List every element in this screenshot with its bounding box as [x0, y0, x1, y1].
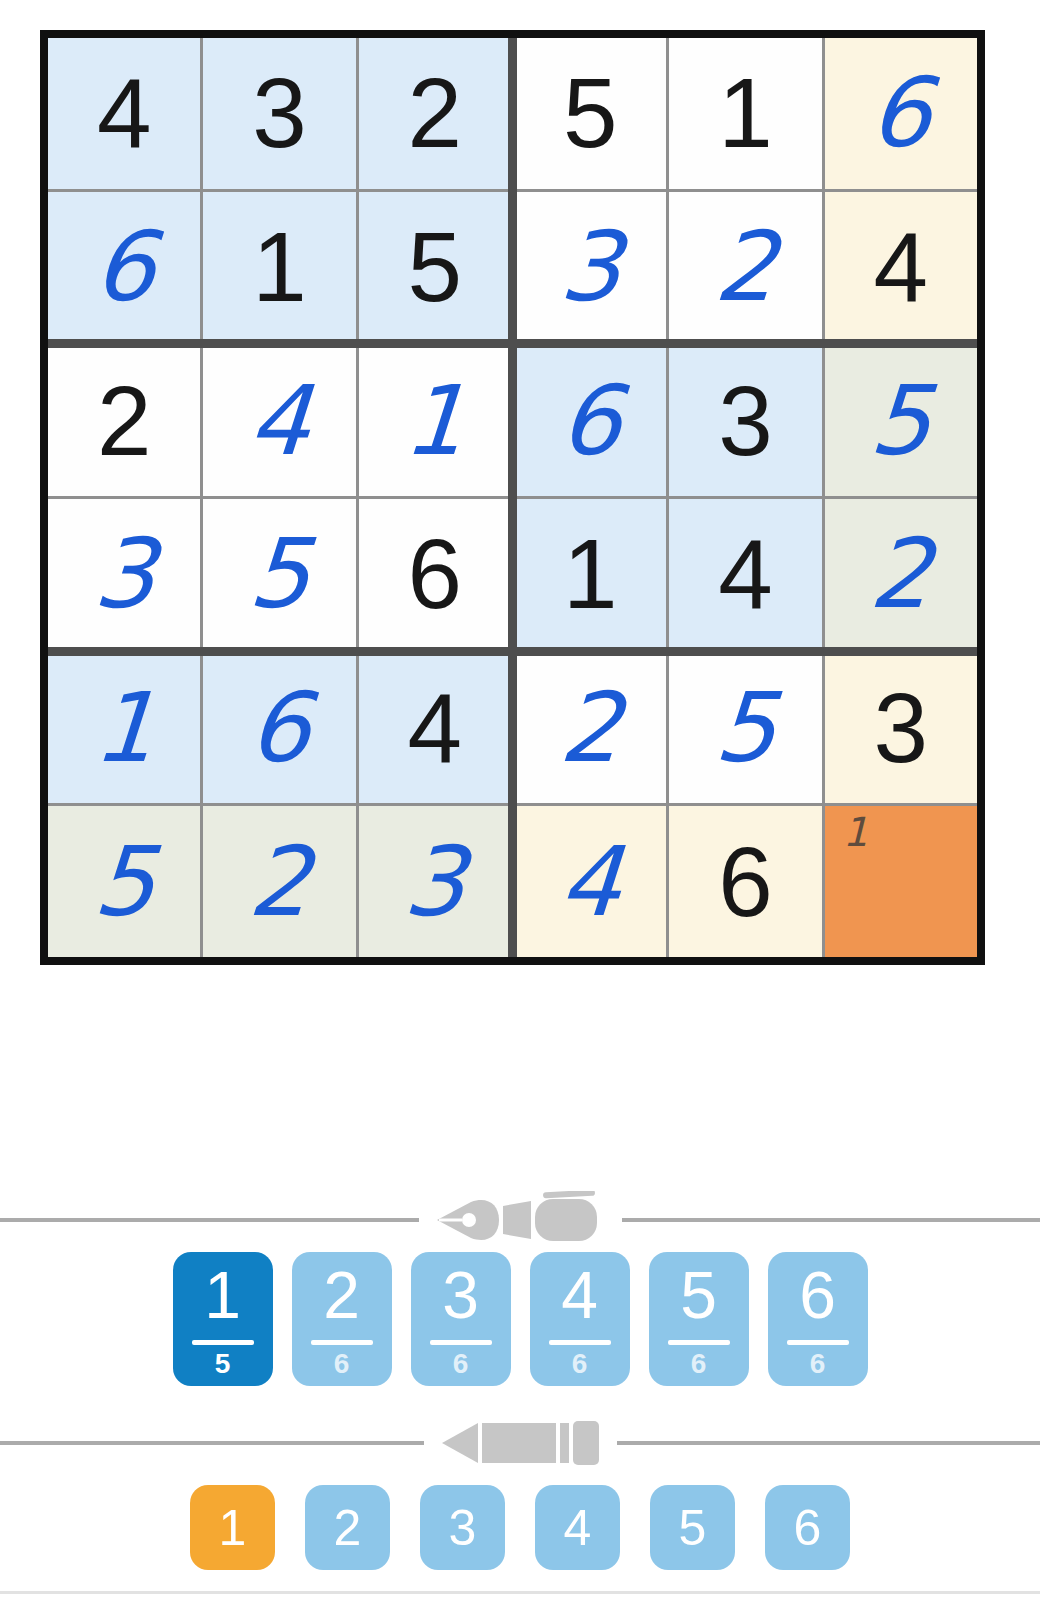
given-digit: 4: [718, 525, 773, 623]
pencil-digit-label: 6: [794, 1503, 822, 1553]
divider-line: [0, 1218, 419, 1222]
pen-digit-3-button[interactable]: 36: [411, 1252, 511, 1386]
user-digit: 3: [401, 834, 469, 930]
user-digit: 1: [401, 373, 469, 469]
fraction-bar: [549, 1340, 611, 1345]
given-digit: 1: [252, 218, 307, 316]
cell-r6c4[interactable]: 4: [514, 806, 666, 957]
given-digit: 6: [718, 833, 773, 931]
pencil-digit-1-button[interactable]: 1: [190, 1485, 275, 1570]
cell-r4c6[interactable]: 2: [825, 499, 977, 650]
pencil-digit-4-button[interactable]: 4: [535, 1485, 620, 1570]
cell-r6c2[interactable]: 2: [203, 806, 355, 957]
given-digit: 4: [408, 679, 463, 777]
pencil-digit-label: 3: [449, 1503, 477, 1553]
pen-digit-2-button[interactable]: 26: [292, 1252, 392, 1386]
cell-r6c3[interactable]: 3: [359, 806, 511, 957]
fountain-pen-icon: [433, 1191, 608, 1249]
pencil-digit-3-button[interactable]: 3: [420, 1485, 505, 1570]
given-digit: 3: [718, 372, 773, 470]
block-divider-horizontal-2: [48, 647, 977, 656]
digit-placed-count: 6: [334, 1350, 350, 1378]
user-digit: 2: [246, 834, 314, 930]
digit-placed-count: 6: [691, 1350, 707, 1378]
pencil-number-row: 123456: [0, 1485, 1040, 1570]
fraction-bar: [668, 1340, 730, 1345]
cell-r3c2[interactable]: 4: [203, 345, 355, 496]
cell-r4c3[interactable]: 6: [359, 499, 511, 650]
pen-digit-label: 3: [442, 1262, 479, 1328]
cell-r5c3[interactable]: 4: [359, 653, 511, 804]
pen-section-divider: [0, 1190, 1040, 1250]
pencil-digit-2-button[interactable]: 2: [305, 1485, 390, 1570]
user-digit: 4: [246, 373, 314, 469]
pen-digit-label: 2: [323, 1262, 360, 1328]
cell-r1c2[interactable]: 3: [203, 38, 355, 189]
cell-r4c4[interactable]: 1: [514, 499, 666, 650]
given-digit: 4: [97, 64, 152, 162]
cell-r3c1[interactable]: 2: [48, 345, 200, 496]
pencil-mark: 1: [843, 812, 868, 852]
block-divider-vertical: [508, 38, 517, 957]
digit-placed-count: 6: [453, 1350, 469, 1378]
cell-r6c1[interactable]: 5: [48, 806, 200, 957]
pen-digit-5-button[interactable]: 56: [649, 1252, 749, 1386]
user-digit: 6: [90, 219, 158, 315]
fraction-bar: [192, 1340, 254, 1345]
fraction-bar: [430, 1340, 492, 1345]
user-digit: 2: [712, 219, 780, 315]
cell-r3c3[interactable]: 1: [359, 345, 511, 496]
user-digit: 1: [90, 680, 158, 776]
cell-r2c4[interactable]: 3: [514, 192, 666, 343]
cell-r3c4[interactable]: 6: [514, 345, 666, 496]
given-digit: 1: [563, 525, 618, 623]
given-digit: 4: [874, 218, 929, 316]
cell-r1c3[interactable]: 2: [359, 38, 511, 189]
user-digit: 6: [556, 373, 624, 469]
divider-line: [617, 1441, 1040, 1445]
cell-r1c4[interactable]: 5: [514, 38, 666, 189]
pen-digit-label: 6: [799, 1262, 836, 1328]
divider-line: [622, 1218, 1040, 1222]
cell-r3c5[interactable]: 3: [669, 345, 821, 496]
pencil-digit-label: 1: [219, 1503, 247, 1553]
pen-digit-4-button[interactable]: 46: [530, 1252, 630, 1386]
cell-r6c5[interactable]: 6: [669, 806, 821, 957]
digit-placed-count: 6: [810, 1350, 826, 1378]
cell-r2c3[interactable]: 5: [359, 192, 511, 343]
given-digit: 3: [252, 64, 307, 162]
cell-r6c6-selected[interactable]: 1: [825, 806, 977, 957]
given-digit: 5: [563, 64, 618, 162]
cell-r4c1[interactable]: 3: [48, 499, 200, 650]
given-digit: 1: [718, 64, 773, 162]
pencil-digit-label: 4: [564, 1503, 592, 1553]
pen-number-row: 152636465666: [0, 1252, 1040, 1386]
user-digit: 2: [867, 526, 935, 622]
user-digit: 6: [246, 680, 314, 776]
user-digit: 4: [556, 834, 624, 930]
pencil-digit-5-button[interactable]: 5: [650, 1485, 735, 1570]
cell-r2c6[interactable]: 4: [825, 192, 977, 343]
user-digit: 5: [867, 373, 935, 469]
user-digit: 6: [867, 65, 935, 161]
user-digit: 5: [712, 680, 780, 776]
cell-r1c6[interactable]: 6: [825, 38, 977, 189]
block-divider-horizontal-1: [48, 339, 977, 348]
user-digit: 5: [90, 834, 158, 930]
given-digit: 3: [874, 679, 929, 777]
pen-digit-label: 4: [561, 1262, 598, 1328]
cell-r5c6[interactable]: 3: [825, 653, 977, 804]
cell-r5c4[interactable]: 2: [514, 653, 666, 804]
cell-r5c1[interactable]: 1: [48, 653, 200, 804]
pen-digit-1-button[interactable]: 15: [173, 1252, 273, 1386]
given-digit: 6: [408, 525, 463, 623]
pencil-digit-6-button[interactable]: 6: [765, 1485, 850, 1570]
fraction-bar: [787, 1340, 849, 1345]
cell-r2c5[interactable]: 2: [669, 192, 821, 343]
fraction-bar: [311, 1340, 373, 1345]
given-digit: 2: [408, 64, 463, 162]
user-digit: 3: [90, 526, 158, 622]
digit-placed-count: 6: [572, 1350, 588, 1378]
cell-r2c2[interactable]: 1: [203, 192, 355, 343]
given-digit: 2: [97, 372, 152, 470]
pencil-icon: [438, 1414, 603, 1472]
pen-digit-label: 5: [680, 1262, 717, 1328]
cell-r5c2[interactable]: 6: [203, 653, 355, 804]
cell-r4c5[interactable]: 4: [669, 499, 821, 650]
cell-r2c1[interactable]: 6: [48, 192, 200, 343]
sudoku-board: 432516615324241635356142164253523461: [40, 30, 985, 965]
digit-placed-count: 5: [215, 1350, 231, 1378]
cell-r3c6[interactable]: 5: [825, 345, 977, 496]
cell-r4c2[interactable]: 5: [203, 499, 355, 650]
cell-r5c5[interactable]: 5: [669, 653, 821, 804]
cell-r1c5[interactable]: 1: [669, 38, 821, 189]
user-digit: 2: [556, 680, 624, 776]
pen-digit-6-button[interactable]: 66: [768, 1252, 868, 1386]
pen-digit-label: 1: [204, 1262, 241, 1328]
pencil-section-divider: [0, 1413, 1040, 1473]
cell-r1c1[interactable]: 4: [48, 38, 200, 189]
bottom-divider: [0, 1591, 1040, 1594]
user-digit: 5: [246, 526, 314, 622]
pencil-digit-label: 5: [679, 1503, 707, 1553]
given-digit: 5: [408, 218, 463, 316]
pencil-digit-label: 2: [334, 1503, 362, 1553]
divider-line: [0, 1441, 424, 1445]
user-digit: 3: [556, 219, 624, 315]
